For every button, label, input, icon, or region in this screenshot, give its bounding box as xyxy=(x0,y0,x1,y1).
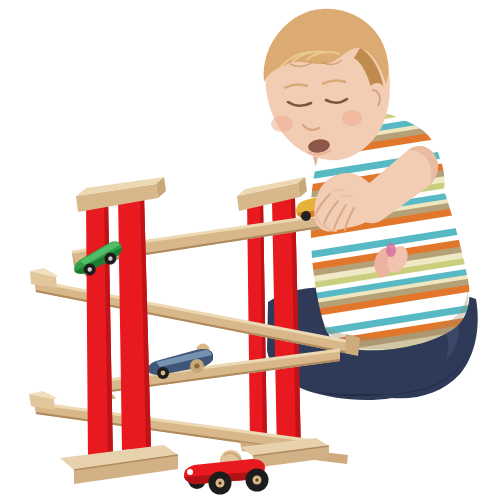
red-car-headlight xyxy=(187,469,193,475)
child-ear xyxy=(366,83,388,115)
cheek-left xyxy=(271,116,293,132)
cheek-right xyxy=(342,110,362,126)
pink-toy-bit xyxy=(386,243,396,257)
scene xyxy=(0,0,500,500)
photo-toddler-ramp-toy xyxy=(0,0,500,500)
